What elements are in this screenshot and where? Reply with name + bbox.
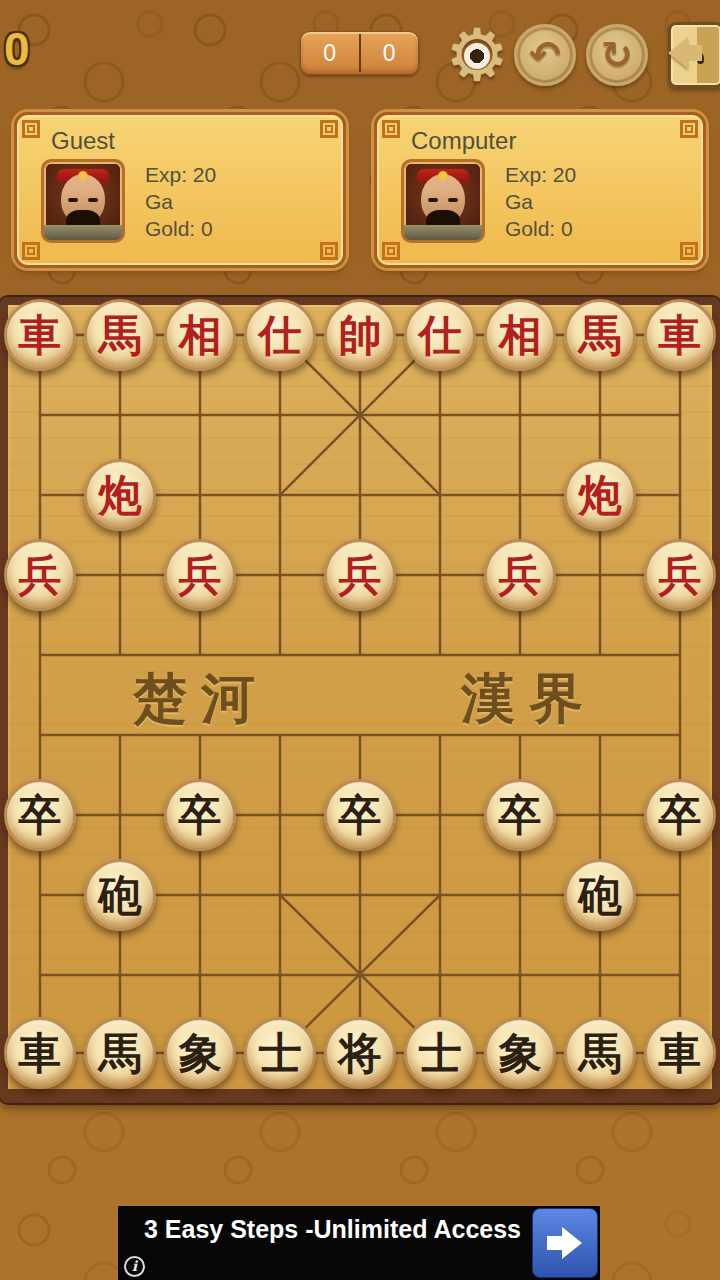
ad-banner[interactable]: 3 Easy Steps -Unlimited Access i [118, 1206, 600, 1280]
player-name: Guest [51, 127, 115, 155]
corner-knot-icon [22, 242, 40, 260]
exit-button[interactable] [656, 22, 720, 88]
avatar-jewel [79, 171, 88, 180]
ad-info-icon[interactable]: i [124, 1256, 145, 1277]
piece-red-相[interactable]: 相 [484, 299, 556, 371]
stat-gold: Gold: 0 [145, 215, 216, 242]
piece-black-車[interactable]: 車 [4, 1017, 76, 1089]
stat-exp: Exp: 20 [505, 161, 576, 188]
piece-black-士[interactable]: 士 [404, 1017, 476, 1089]
board-surface: 楚河 漢界 車馬相仕帥仕相馬車炮炮兵兵兵兵兵卒卒卒卒卒砲砲車馬象士将士象馬車 [8, 305, 712, 1089]
player-card-guest: Guest Exp: 20 Ga Gold: 0 [14, 112, 346, 268]
undo-button[interactable]: ↶ [514, 24, 576, 86]
avatar-armor [44, 225, 122, 240]
redo-icon: ↻ [601, 36, 633, 74]
piece-red-兵[interactable]: 兵 [4, 539, 76, 611]
corner-knot-icon [320, 242, 338, 260]
piece-red-車[interactable]: 車 [644, 299, 716, 371]
avatar-eye [88, 198, 98, 202]
score-box: 0 0 [300, 31, 419, 75]
player-stats: Exp: 20 Ga Gold: 0 [145, 161, 216, 242]
piece-red-兵[interactable]: 兵 [644, 539, 716, 611]
board-grid [8, 305, 712, 1089]
piece-black-馬[interactable]: 馬 [84, 1017, 156, 1089]
avatar [401, 159, 485, 243]
corner-knot-icon [382, 242, 400, 260]
corner-knot-icon [680, 242, 698, 260]
arrow-right-icon [547, 1236, 562, 1250]
player-stats: Exp: 20 Ga Gold: 0 [505, 161, 576, 242]
corner-knot-icon [382, 120, 400, 138]
settings-button[interactable]: ⚙ [441, 17, 513, 93]
avatar-eye [428, 198, 438, 202]
piece-black-象[interactable]: 象 [164, 1017, 236, 1089]
avatar-jewel [439, 171, 448, 180]
ad-headline: 3 Easy Steps -Unlimited Access [144, 1215, 521, 1244]
piece-black-将[interactable]: 将 [324, 1017, 396, 1089]
piece-red-仕[interactable]: 仕 [404, 299, 476, 371]
avatar-armor [404, 225, 482, 240]
avatar [41, 159, 125, 243]
ad-cta-button[interactable] [532, 1208, 598, 1278]
piece-red-馬[interactable]: 馬 [84, 299, 156, 371]
avatar-eye [448, 198, 458, 202]
piece-black-象[interactable]: 象 [484, 1017, 556, 1089]
piece-red-仕[interactable]: 仕 [244, 299, 316, 371]
undo-icon: ↶ [529, 36, 561, 74]
score-right: 0 [361, 32, 419, 74]
piece-black-馬[interactable]: 馬 [564, 1017, 636, 1089]
arrow-right-head [562, 1227, 598, 1259]
stat-game: Ga [145, 188, 216, 215]
piece-black-卒[interactable]: 卒 [644, 779, 716, 851]
corner-knot-icon [320, 120, 338, 138]
exit-arrow-stem [686, 45, 702, 61]
gear-hub [464, 43, 490, 69]
piece-black-車[interactable]: 車 [644, 1017, 716, 1089]
stat-gold: Gold: 0 [505, 215, 576, 242]
piece-red-炮[interactable]: 炮 [564, 459, 636, 531]
piece-red-兵[interactable]: 兵 [164, 539, 236, 611]
piece-red-相[interactable]: 相 [164, 299, 236, 371]
player-name: Computer [411, 127, 516, 155]
piece-black-砲[interactable]: 砲 [84, 859, 156, 931]
piece-black-士[interactable]: 士 [244, 1017, 316, 1089]
corner-knot-icon [680, 120, 698, 138]
river-text-right: 漢界 [461, 663, 597, 736]
piece-black-砲[interactable]: 砲 [564, 859, 636, 931]
piece-red-車[interactable]: 車 [4, 299, 76, 371]
stat-game: Ga [505, 188, 576, 215]
piece-red-兵[interactable]: 兵 [484, 539, 556, 611]
avatar-eye [68, 198, 78, 202]
piece-red-馬[interactable]: 馬 [564, 299, 636, 371]
piece-black-卒[interactable]: 卒 [484, 779, 556, 851]
piece-red-兵[interactable]: 兵 [324, 539, 396, 611]
piece-black-卒[interactable]: 卒 [324, 779, 396, 851]
xiangqi-app-screen: 0 0 0 ⚙ ↶ ↻ Guest [0, 0, 720, 1280]
piece-red-帥[interactable]: 帥 [324, 299, 396, 371]
player-card-computer: Computer Exp: 20 Ga Gold: 0 [374, 112, 706, 268]
piece-black-卒[interactable]: 卒 [4, 779, 76, 851]
piece-red-炮[interactable]: 炮 [84, 459, 156, 531]
xiangqi-board[interactable]: 楚河 漢界 車馬相仕帥仕相馬車炮炮兵兵兵兵兵卒卒卒卒卒砲砲車馬象士将士象馬車 [0, 297, 720, 1103]
piece-black-卒[interactable]: 卒 [164, 779, 236, 851]
redo-button[interactable]: ↻ [586, 24, 648, 86]
corner-knot-icon [22, 120, 40, 138]
stat-exp: Exp: 20 [145, 161, 216, 188]
exit-arrow-icon [652, 37, 688, 69]
score-left: 0 [301, 32, 359, 74]
coin-counter: 0 [4, 22, 30, 76]
river-text-left: 楚河 [133, 663, 269, 736]
